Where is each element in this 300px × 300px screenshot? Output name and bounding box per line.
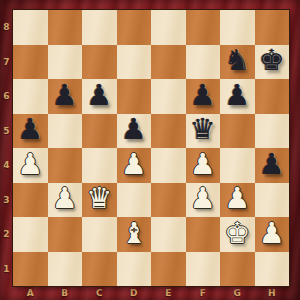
square-d3[interactable] [117,183,152,218]
square-h6[interactable] [255,79,290,114]
black-pawn[interactable]: ♟ [86,81,112,110]
file-label-f: F [186,286,221,300]
rank-labels: 87654321 [0,10,13,286]
square-e8[interactable] [151,10,186,45]
square-g5[interactable] [220,114,255,149]
square-f1[interactable] [186,252,221,287]
square-d1[interactable] [117,252,152,287]
file-label-g: G [220,286,255,300]
black-pawn[interactable]: ♟ [224,81,250,110]
square-a3[interactable] [13,183,48,218]
square-b5[interactable] [48,114,83,149]
square-a8[interactable] [13,10,48,45]
file-label-d: D [117,286,152,300]
square-d2[interactable]: ♝ [117,217,152,252]
white-queen[interactable]: ♛ [86,184,112,213]
square-c7[interactable] [82,45,117,80]
file-label-c: C [82,286,117,300]
black-queen[interactable]: ♛ [190,115,216,144]
square-c5[interactable] [82,114,117,149]
square-d6[interactable] [117,79,152,114]
square-e7[interactable] [151,45,186,80]
file-label-a: A [13,286,48,300]
square-f2[interactable] [186,217,221,252]
black-knight[interactable]: ♞ [224,46,250,75]
square-h7[interactable]: ♚ [255,45,290,80]
square-e2[interactable] [151,217,186,252]
white-king[interactable]: ♚ [224,219,250,248]
square-e5[interactable] [151,114,186,149]
square-b7[interactable] [48,45,83,80]
white-pawn[interactable]: ♟ [121,150,147,179]
square-c2[interactable] [82,217,117,252]
rank-label-1: 1 [0,252,13,287]
square-b1[interactable] [48,252,83,287]
square-f6[interactable]: ♟ [186,79,221,114]
rank-label-5: 5 [0,114,13,149]
square-a7[interactable] [13,45,48,80]
white-pawn[interactable]: ♟ [17,150,43,179]
square-g7[interactable]: ♞ [220,45,255,80]
square-h4[interactable]: ♟ [255,148,290,183]
square-h1[interactable] [255,252,290,287]
square-a4[interactable]: ♟ [13,148,48,183]
square-f7[interactable] [186,45,221,80]
black-pawn[interactable]: ♟ [259,150,285,179]
square-b8[interactable] [48,10,83,45]
square-f4[interactable]: ♟ [186,148,221,183]
square-h5[interactable] [255,114,290,149]
rank-label-3: 3 [0,183,13,218]
white-pawn[interactable]: ♟ [190,150,216,179]
black-king[interactable]: ♚ [259,46,285,75]
square-h8[interactable] [255,10,290,45]
square-a5[interactable]: ♟ [13,114,48,149]
black-pawn[interactable]: ♟ [52,81,78,110]
square-d4[interactable]: ♟ [117,148,152,183]
square-a1[interactable] [13,252,48,287]
rank-label-2: 2 [0,217,13,252]
black-pawn[interactable]: ♟ [17,115,43,144]
white-pawn[interactable]: ♟ [259,219,285,248]
square-c1[interactable] [82,252,117,287]
rank-label-7: 7 [0,45,13,80]
square-e6[interactable] [151,79,186,114]
rank-label-4: 4 [0,148,13,183]
file-labels: ABCDEFGH [13,286,289,300]
white-pawn[interactable]: ♟ [224,184,250,213]
board-grid: ♞♚♟♟♟♟♟♟♛♟♟♟♟♟♛♟♟♝♚♟ [13,10,289,286]
black-pawn[interactable]: ♟ [121,115,147,144]
chess-board: 87654321 ABCDEFGH ♞♚♟♟♟♟♟♟♛♟♟♟♟♟♛♟♟♝♚♟ [0,0,300,300]
square-g8[interactable] [220,10,255,45]
square-c4[interactable] [82,148,117,183]
square-c6[interactable]: ♟ [82,79,117,114]
rank-label-6: 6 [0,79,13,114]
square-f8[interactable] [186,10,221,45]
square-d7[interactable] [117,45,152,80]
white-bishop[interactable]: ♝ [121,219,147,248]
square-g3[interactable]: ♟ [220,183,255,218]
square-e1[interactable] [151,252,186,287]
square-g1[interactable] [220,252,255,287]
square-d5[interactable]: ♟ [117,114,152,149]
square-e4[interactable] [151,148,186,183]
square-b6[interactable]: ♟ [48,79,83,114]
file-label-e: E [151,286,186,300]
square-b4[interactable] [48,148,83,183]
square-a2[interactable] [13,217,48,252]
square-f3[interactable]: ♟ [186,183,221,218]
square-b3[interactable]: ♟ [48,183,83,218]
square-c3[interactable]: ♛ [82,183,117,218]
file-label-h: H [255,286,290,300]
square-e3[interactable] [151,183,186,218]
square-h2[interactable]: ♟ [255,217,290,252]
file-label-b: B [48,286,83,300]
square-d8[interactable] [117,10,152,45]
square-g4[interactable] [220,148,255,183]
square-h3[interactable] [255,183,290,218]
square-a6[interactable] [13,79,48,114]
rank-label-8: 8 [0,10,13,45]
black-pawn[interactable]: ♟ [190,81,216,110]
square-g6[interactable]: ♟ [220,79,255,114]
square-b2[interactable] [48,217,83,252]
square-g2[interactable]: ♚ [220,217,255,252]
white-pawn[interactable]: ♟ [52,184,78,213]
square-c8[interactable] [82,10,117,45]
white-pawn[interactable]: ♟ [190,184,216,213]
square-f5[interactable]: ♛ [186,114,221,149]
